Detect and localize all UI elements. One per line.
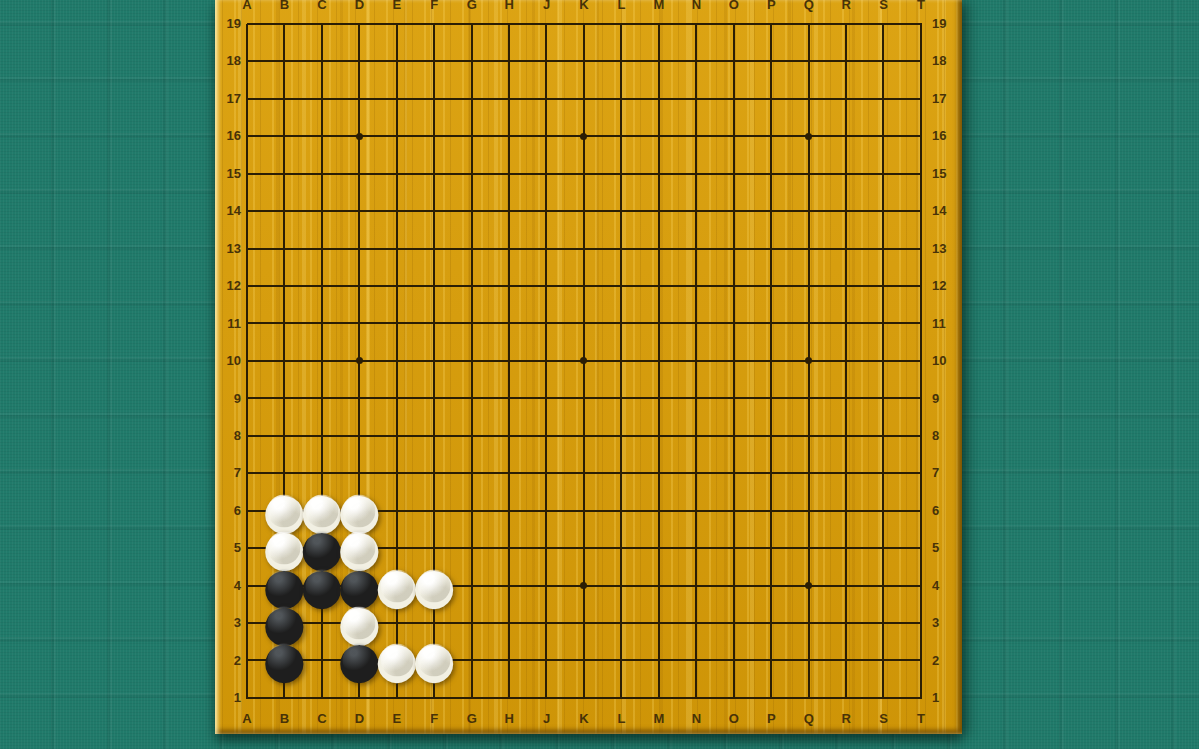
- intersection-R12[interactable]: [827, 267, 864, 304]
- intersection-N3[interactable]: [678, 604, 715, 641]
- column-label-bottom-S: S: [873, 712, 895, 726]
- intersection-E16[interactable]: [378, 118, 415, 155]
- intersection-J12[interactable]: [528, 267, 565, 304]
- intersection-E17[interactable]: [378, 80, 415, 117]
- intersection-B8[interactable]: [266, 417, 303, 454]
- desktop-background: ●●●●●●●●●●●●●●●●● AA1919BB1818CC1717DD16…: [0, 0, 1199, 749]
- intersection-E9[interactable]: [378, 380, 415, 417]
- intersection-F17[interactable]: [415, 80, 452, 117]
- intersection-N8[interactable]: [678, 417, 715, 454]
- intersection-M6[interactable]: [640, 492, 677, 529]
- intersection-P5[interactable]: [752, 529, 789, 566]
- intersection-N14[interactable]: [678, 192, 715, 229]
- intersection-K13[interactable]: [565, 230, 602, 267]
- intersection-F12[interactable]: [415, 267, 452, 304]
- column-label-bottom-D: D: [348, 712, 370, 726]
- intersection-E4[interactable]: ●: [378, 567, 415, 604]
- intersection-S18[interactable]: [865, 43, 902, 80]
- intersection-N6[interactable]: [678, 492, 715, 529]
- intersection-M13[interactable]: [640, 230, 677, 267]
- intersection-J3[interactable]: [528, 604, 565, 641]
- intersection-B18[interactable]: [266, 43, 303, 80]
- intersection-B17[interactable]: [266, 80, 303, 117]
- intersection-Q10[interactable]: [790, 342, 827, 379]
- intersection-K18[interactable]: [565, 43, 602, 80]
- intersection-P18[interactable]: [752, 43, 789, 80]
- intersection-B13[interactable]: [266, 230, 303, 267]
- intersection-R9[interactable]: [827, 380, 864, 417]
- row-label-left-18: 18: [216, 54, 241, 68]
- intersection-C16[interactable]: [303, 118, 340, 155]
- intersection-M17[interactable]: [640, 80, 677, 117]
- intersection-D13[interactable]: [341, 230, 378, 267]
- intersection-M16[interactable]: [640, 118, 677, 155]
- intersection-K6[interactable]: [565, 492, 602, 529]
- intersection-G7[interactable]: [453, 455, 490, 492]
- intersection-E12[interactable]: [378, 267, 415, 304]
- intersection-P15[interactable]: [752, 155, 789, 192]
- intersection-K7[interactable]: [565, 455, 602, 492]
- intersection-O3[interactable]: [715, 604, 752, 641]
- intersection-Q8[interactable]: [790, 417, 827, 454]
- intersection-H7[interactable]: [490, 455, 527, 492]
- intersection-J18[interactable]: [528, 43, 565, 80]
- intersection-O10[interactable]: [715, 342, 752, 379]
- row-label-right-15: 15: [932, 167, 962, 181]
- intersection-L4[interactable]: [603, 567, 640, 604]
- intersection-N16[interactable]: [678, 118, 715, 155]
- intersection-F8[interactable]: [415, 417, 452, 454]
- intersection-P11[interactable]: [752, 305, 789, 342]
- intersection-K3[interactable]: [565, 604, 602, 641]
- intersection-F18[interactable]: [415, 43, 452, 80]
- intersection-R3[interactable]: [827, 604, 864, 641]
- intersection-C10[interactable]: [303, 342, 340, 379]
- intersection-E10[interactable]: [378, 342, 415, 379]
- intersection-J4[interactable]: [528, 567, 565, 604]
- intersection-P12[interactable]: [752, 267, 789, 304]
- intersection-H16[interactable]: [490, 118, 527, 155]
- intersection-C13[interactable]: [303, 230, 340, 267]
- intersection-F15[interactable]: [415, 155, 452, 192]
- intersection-E13[interactable]: [378, 230, 415, 267]
- intersection-J17[interactable]: [528, 80, 565, 117]
- intersection-M14[interactable]: [640, 192, 677, 229]
- intersection-E14[interactable]: [378, 192, 415, 229]
- intersection-J11[interactable]: [528, 305, 565, 342]
- intersection-J7[interactable]: [528, 455, 565, 492]
- intersection-O6[interactable]: [715, 492, 752, 529]
- intersection-P8[interactable]: [752, 417, 789, 454]
- intersection-P13[interactable]: [752, 230, 789, 267]
- intersection-H9[interactable]: [490, 380, 527, 417]
- intersection-Q15[interactable]: [790, 155, 827, 192]
- row-label-left-1: 1: [216, 691, 241, 705]
- intersection-J5[interactable]: [528, 529, 565, 566]
- intersection-G10[interactable]: [453, 342, 490, 379]
- intersection-M7[interactable]: [640, 455, 677, 492]
- intersection-O9[interactable]: [715, 380, 752, 417]
- intersection-S7[interactable]: [865, 455, 902, 492]
- row-label-left-19: 19: [216, 17, 241, 31]
- intersection-K4[interactable]: [565, 567, 602, 604]
- intersection-D14[interactable]: [341, 192, 378, 229]
- intersection-N10[interactable]: [678, 342, 715, 379]
- intersection-J15[interactable]: [528, 155, 565, 192]
- intersection-P3[interactable]: [752, 604, 789, 641]
- intersection-D16[interactable]: [341, 118, 378, 155]
- intersection-L16[interactable]: [603, 118, 640, 155]
- intersection-H15[interactable]: [490, 155, 527, 192]
- intersection-L13[interactable]: [603, 230, 640, 267]
- intersection-O4[interactable]: [715, 567, 752, 604]
- intersection-N4[interactable]: [678, 567, 715, 604]
- intersection-M11[interactable]: [640, 305, 677, 342]
- intersection-E8[interactable]: [378, 417, 415, 454]
- row-label-left-12: 12: [216, 279, 241, 293]
- star-point-K4: [580, 582, 587, 589]
- intersection-N7[interactable]: [678, 455, 715, 492]
- intersection-L7[interactable]: [603, 455, 640, 492]
- intersection-B9[interactable]: [266, 380, 303, 417]
- intersection-B2[interactable]: ●: [266, 642, 303, 679]
- intersection-E6[interactable]: [378, 492, 415, 529]
- intersection-H18[interactable]: [490, 43, 527, 80]
- intersection-J14[interactable]: [528, 192, 565, 229]
- intersection-G14[interactable]: [453, 192, 490, 229]
- intersection-P10[interactable]: [752, 342, 789, 379]
- intersection-S13[interactable]: [865, 230, 902, 267]
- intersection-S11[interactable]: [865, 305, 902, 342]
- row-label-right-5: 5: [932, 541, 962, 555]
- intersection-Q3[interactable]: [790, 604, 827, 641]
- intersection-S5[interactable]: [865, 529, 902, 566]
- intersection-J2[interactable]: [528, 642, 565, 679]
- star-point-D16: [356, 133, 363, 140]
- intersection-O5[interactable]: [715, 529, 752, 566]
- intersection-G2[interactable]: [453, 642, 490, 679]
- intersection-H13[interactable]: [490, 230, 527, 267]
- intersection-B12[interactable]: [266, 267, 303, 304]
- intersection-N18[interactable]: [678, 43, 715, 80]
- intersection-E11[interactable]: [378, 305, 415, 342]
- row-label-right-16: 16: [932, 129, 962, 143]
- intersection-R7[interactable]: [827, 455, 864, 492]
- intersection-E7[interactable]: [378, 455, 415, 492]
- intersection-H14[interactable]: [490, 192, 527, 229]
- intersection-R10[interactable]: [827, 342, 864, 379]
- intersection-O12[interactable]: [715, 267, 752, 304]
- column-label-top-L: L: [611, 0, 633, 12]
- intersection-N17[interactable]: [678, 80, 715, 117]
- intersection-M9[interactable]: [640, 380, 677, 417]
- intersection-O7[interactable]: [715, 455, 752, 492]
- intersection-L3[interactable]: [603, 604, 640, 641]
- column-label-bottom-K: K: [573, 712, 595, 726]
- row-label-left-2: 2: [216, 654, 241, 668]
- intersection-M2[interactable]: [640, 642, 677, 679]
- intersection-Q18[interactable]: [790, 43, 827, 80]
- intersection-J9[interactable]: [528, 380, 565, 417]
- intersection-S15[interactable]: [865, 155, 902, 192]
- intersection-D9[interactable]: [341, 380, 378, 417]
- intersection-D15[interactable]: [341, 155, 378, 192]
- intersection-C9[interactable]: [303, 380, 340, 417]
- intersection-F14[interactable]: [415, 192, 452, 229]
- intersection-K11[interactable]: [565, 305, 602, 342]
- intersection-L15[interactable]: [603, 155, 640, 192]
- intersection-S16[interactable]: [865, 118, 902, 155]
- intersection-K2[interactable]: [565, 642, 602, 679]
- intersection-F10[interactable]: [415, 342, 452, 379]
- intersection-F11[interactable]: [415, 305, 452, 342]
- intersection-P17[interactable]: [752, 80, 789, 117]
- intersection-K15[interactable]: [565, 155, 602, 192]
- intersection-O13[interactable]: [715, 230, 752, 267]
- intersection-N15[interactable]: [678, 155, 715, 192]
- intersection-J16[interactable]: [528, 118, 565, 155]
- intersection-H12[interactable]: [490, 267, 527, 304]
- intersection-P4[interactable]: [752, 567, 789, 604]
- intersection-P6[interactable]: [752, 492, 789, 529]
- intersection-K12[interactable]: [565, 267, 602, 304]
- intersection-Q7[interactable]: [790, 455, 827, 492]
- intersection-K14[interactable]: [565, 192, 602, 229]
- intersection-O17[interactable]: [715, 80, 752, 117]
- intersection-R8[interactable]: [827, 417, 864, 454]
- intersection-G8[interactable]: [453, 417, 490, 454]
- row-label-left-6: 6: [216, 504, 241, 518]
- intersection-P7[interactable]: [752, 455, 789, 492]
- intersection-O14[interactable]: [715, 192, 752, 229]
- intersection-L17[interactable]: [603, 80, 640, 117]
- intersection-G17[interactable]: [453, 80, 490, 117]
- intersection-G3[interactable]: [453, 604, 490, 641]
- intersection-R5[interactable]: [827, 529, 864, 566]
- intersection-Q2[interactable]: [790, 642, 827, 679]
- intersection-R11[interactable]: [827, 305, 864, 342]
- intersection-G13[interactable]: [453, 230, 490, 267]
- intersection-B15[interactable]: [266, 155, 303, 192]
- intersection-K9[interactable]: [565, 380, 602, 417]
- intersection-K10[interactable]: [565, 342, 602, 379]
- intersection-C4[interactable]: ●: [303, 567, 340, 604]
- intersection-J8[interactable]: [528, 417, 565, 454]
- intersection-L6[interactable]: [603, 492, 640, 529]
- intersection-S3[interactable]: [865, 604, 902, 641]
- intersection-D17[interactable]: [341, 80, 378, 117]
- intersection-G4[interactable]: [453, 567, 490, 604]
- intersection-Q16[interactable]: [790, 118, 827, 155]
- intersection-F7[interactable]: [415, 455, 452, 492]
- intersection-Q11[interactable]: [790, 305, 827, 342]
- intersection-H10[interactable]: [490, 342, 527, 379]
- intersection-S2[interactable]: [865, 642, 902, 679]
- intersection-M15[interactable]: [640, 155, 677, 192]
- intersection-L8[interactable]: [603, 417, 640, 454]
- intersection-O2[interactable]: [715, 642, 752, 679]
- intersection-L2[interactable]: [603, 642, 640, 679]
- intersection-N12[interactable]: [678, 267, 715, 304]
- intersection-B11[interactable]: [266, 305, 303, 342]
- intersection-C8[interactable]: [303, 417, 340, 454]
- intersection-M10[interactable]: [640, 342, 677, 379]
- intersection-S9[interactable]: [865, 380, 902, 417]
- intersection-M4[interactable]: [640, 567, 677, 604]
- intersection-L14[interactable]: [603, 192, 640, 229]
- intersection-C14[interactable]: [303, 192, 340, 229]
- intersection-H3[interactable]: [490, 604, 527, 641]
- intersection-Q13[interactable]: [790, 230, 827, 267]
- intersection-E2[interactable]: ●: [378, 642, 415, 679]
- row-label-left-13: 13: [216, 242, 241, 256]
- intersection-R16[interactable]: [827, 118, 864, 155]
- intersection-F2[interactable]: ●: [415, 642, 452, 679]
- intersection-O11[interactable]: [715, 305, 752, 342]
- row-label-right-13: 13: [932, 242, 962, 256]
- intersection-G6[interactable]: [453, 492, 490, 529]
- intersection-L5[interactable]: [603, 529, 640, 566]
- column-label-top-J: J: [536, 0, 558, 12]
- intersection-H5[interactable]: [490, 529, 527, 566]
- intersection-R13[interactable]: [827, 230, 864, 267]
- intersection-G18[interactable]: [453, 43, 490, 80]
- intersection-E15[interactable]: [378, 155, 415, 192]
- intersection-K5[interactable]: [565, 529, 602, 566]
- column-label-bottom-N: N: [685, 712, 707, 726]
- column-label-top-C: C: [311, 0, 333, 12]
- intersection-C11[interactable]: [303, 305, 340, 342]
- intersection-R6[interactable]: [827, 492, 864, 529]
- intersection-H6[interactable]: [490, 492, 527, 529]
- intersection-G15[interactable]: [453, 155, 490, 192]
- intersection-O16[interactable]: [715, 118, 752, 155]
- column-label-top-E: E: [386, 0, 408, 12]
- intersection-F16[interactable]: [415, 118, 452, 155]
- intersection-R18[interactable]: [827, 43, 864, 80]
- intersection-C2[interactable]: [303, 642, 340, 679]
- intersection-O18[interactable]: [715, 43, 752, 80]
- intersection-O15[interactable]: [715, 155, 752, 192]
- intersection-S17[interactable]: [865, 80, 902, 117]
- intersection-R4[interactable]: [827, 567, 864, 604]
- intersection-H17[interactable]: [490, 80, 527, 117]
- intersection-B14[interactable]: [266, 192, 303, 229]
- intersection-M3[interactable]: [640, 604, 677, 641]
- intersection-S6[interactable]: [865, 492, 902, 529]
- intersection-S8[interactable]: [865, 417, 902, 454]
- intersection-N2[interactable]: [678, 642, 715, 679]
- intersection-D8[interactable]: [341, 417, 378, 454]
- intersection-J6[interactable]: [528, 492, 565, 529]
- intersection-H11[interactable]: [490, 305, 527, 342]
- intersection-S10[interactable]: [865, 342, 902, 379]
- intersection-Q4[interactable]: [790, 567, 827, 604]
- intersection-D10[interactable]: [341, 342, 378, 379]
- intersection-L9[interactable]: [603, 380, 640, 417]
- intersection-D2[interactable]: ●: [341, 642, 378, 679]
- intersection-G5[interactable]: [453, 529, 490, 566]
- intersection-F13[interactable]: [415, 230, 452, 267]
- intersection-N5[interactable]: [678, 529, 715, 566]
- intersection-R2[interactable]: [827, 642, 864, 679]
- intersection-Q17[interactable]: [790, 80, 827, 117]
- intersection-Q12[interactable]: [790, 267, 827, 304]
- intersection-J10[interactable]: [528, 342, 565, 379]
- intersection-G9[interactable]: [453, 380, 490, 417]
- intersection-R17[interactable]: [827, 80, 864, 117]
- intersection-M8[interactable]: [640, 417, 677, 454]
- intersection-N9[interactable]: [678, 380, 715, 417]
- column-label-top-G: G: [461, 0, 483, 12]
- intersection-K17[interactable]: [565, 80, 602, 117]
- intersection-P9[interactable]: [752, 380, 789, 417]
- intersection-C12[interactable]: [303, 267, 340, 304]
- intersection-M5[interactable]: [640, 529, 677, 566]
- intersection-N13[interactable]: [678, 230, 715, 267]
- intersection-S12[interactable]: [865, 267, 902, 304]
- intersection-Q14[interactable]: [790, 192, 827, 229]
- intersection-D11[interactable]: [341, 305, 378, 342]
- intersection-C15[interactable]: [303, 155, 340, 192]
- intersection-D18[interactable]: [341, 43, 378, 80]
- intersection-B16[interactable]: [266, 118, 303, 155]
- intersection-C18[interactable]: [303, 43, 340, 80]
- intersection-K16[interactable]: [565, 118, 602, 155]
- intersection-H2[interactable]: [490, 642, 527, 679]
- intersection-S4[interactable]: [865, 567, 902, 604]
- intersection-D12[interactable]: [341, 267, 378, 304]
- intersection-Q9[interactable]: [790, 380, 827, 417]
- intersection-H8[interactable]: [490, 417, 527, 454]
- intersection-F6[interactable]: [415, 492, 452, 529]
- column-label-bottom-G: G: [461, 712, 483, 726]
- intersection-P14[interactable]: [752, 192, 789, 229]
- intersection-L12[interactable]: [603, 267, 640, 304]
- column-label-bottom-L: L: [611, 712, 633, 726]
- intersection-L18[interactable]: [603, 43, 640, 80]
- intersection-S14[interactable]: [865, 192, 902, 229]
- intersection-G12[interactable]: [453, 267, 490, 304]
- intersection-B10[interactable]: [266, 342, 303, 379]
- column-label-bottom-Q: Q: [798, 712, 820, 726]
- column-label-bottom-H: H: [498, 712, 520, 726]
- intersection-Q6[interactable]: [790, 492, 827, 529]
- intersection-H4[interactable]: [490, 567, 527, 604]
- intersection-F9[interactable]: [415, 380, 452, 417]
- intersection-Q5[interactable]: [790, 529, 827, 566]
- intersection-E18[interactable]: [378, 43, 415, 80]
- intersection-M18[interactable]: [640, 43, 677, 80]
- intersection-G16[interactable]: [453, 118, 490, 155]
- intersection-K8[interactable]: [565, 417, 602, 454]
- intersection-F4[interactable]: ●: [415, 567, 452, 604]
- intersection-C17[interactable]: [303, 80, 340, 117]
- intersection-M12[interactable]: [640, 267, 677, 304]
- intersection-L10[interactable]: [603, 342, 640, 379]
- white-stone-E2: ●: [378, 642, 415, 679]
- intersection-R14[interactable]: [827, 192, 864, 229]
- intersection-P2[interactable]: [752, 642, 789, 679]
- intersection-R15[interactable]: [827, 155, 864, 192]
- intersection-G11[interactable]: [453, 305, 490, 342]
- intersection-P16[interactable]: [752, 118, 789, 155]
- intersection-N11[interactable]: [678, 305, 715, 342]
- column-label-bottom-E: E: [386, 712, 408, 726]
- intersection-J13[interactable]: [528, 230, 565, 267]
- intersection-O8[interactable]: [715, 417, 752, 454]
- intersection-L11[interactable]: [603, 305, 640, 342]
